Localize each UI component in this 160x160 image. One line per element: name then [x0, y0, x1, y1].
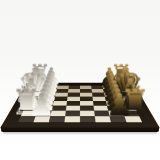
chess-set-photo: ♜♟♟♜♞♟♟♞♝♟♟♝♚♟♟♚♛♟♟♛♝♟♟♝♞♟♟♞♜♟♟♜ [0, 0, 160, 160]
piece-black-rook: ♜ [108, 84, 160, 122]
square-a1: ♜ [18, 116, 36, 122]
chess-board: ♜♟♟♜♞♟♟♞♝♟♟♝♚♟♟♚♛♟♟♛♝♟♟♝♞♟♟♞♜♟♟♜ [0, 83, 160, 129]
board-scene: ♜♟♟♜♞♟♟♞♝♟♟♝♚♟♟♚♛♟♟♛♝♟♟♝♞♟♟♞♜♟♟♜ [0, 0, 160, 160]
board-squares: ♜♟♟♜♞♟♟♞♝♟♟♝♚♟♟♚♛♟♟♛♝♟♟♝♞♟♟♞♜♟♟♜ [18, 86, 142, 123]
piece-white-rook: ♜ [0, 84, 52, 122]
board-shadow [3, 132, 157, 135]
square-a8: ♜ [124, 116, 142, 122]
